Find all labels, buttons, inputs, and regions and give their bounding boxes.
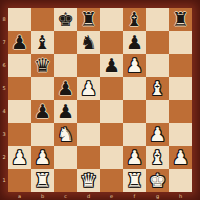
piece-black-pawn-c5[interactable]: ♟ xyxy=(57,77,74,100)
square-d3[interactable] xyxy=(77,123,100,146)
square-e1[interactable] xyxy=(100,169,123,192)
piece-black-bishop-f8[interactable]: ♝ xyxy=(126,8,143,31)
square-b8[interactable] xyxy=(31,8,54,31)
piece-black-pawn-a7[interactable]: ♟ xyxy=(11,31,28,54)
square-a3[interactable] xyxy=(8,123,31,146)
square-g2[interactable]: ♝ xyxy=(146,146,169,169)
square-c3[interactable]: ♞ xyxy=(54,123,77,146)
file-label-f: f xyxy=(123,192,146,200)
square-d8[interactable]: ♜ xyxy=(77,8,100,31)
square-a4[interactable] xyxy=(8,100,31,123)
file-label-h: h xyxy=(169,192,192,200)
piece-black-rook-d8[interactable]: ♜ xyxy=(80,8,97,31)
square-e7[interactable] xyxy=(100,31,123,54)
file-label-c: c xyxy=(54,192,77,200)
square-e4[interactable] xyxy=(100,100,123,123)
square-d5[interactable]: ♟ xyxy=(77,77,100,100)
square-d2[interactable] xyxy=(77,146,100,169)
piece-black-queen-b6[interactable]: ♛ xyxy=(34,54,51,77)
square-b7[interactable]: ♝ xyxy=(31,31,54,54)
rank-label-1: 1 xyxy=(0,169,8,192)
square-e3[interactable] xyxy=(100,123,123,146)
square-b2[interactable]: ♟ xyxy=(31,146,54,169)
piece-white-rook-b1[interactable]: ♜ xyxy=(34,169,51,192)
square-e6[interactable]: ♟ xyxy=(100,54,123,77)
piece-white-king-g1[interactable]: ♚ xyxy=(149,169,166,192)
square-g4[interactable] xyxy=(146,100,169,123)
square-b1[interactable]: ♜ xyxy=(31,169,54,192)
rank-label-6: 6 xyxy=(0,54,8,77)
chess-board: ♚♜♝♜♟♝♞♟♛♟♟♟♟♝♟♟♞♟♟♟♟♝♟♜♛♜♚ xyxy=(8,8,192,192)
square-d1[interactable]: ♛ xyxy=(77,169,100,192)
square-f6[interactable]: ♟ xyxy=(123,54,146,77)
square-h6[interactable] xyxy=(169,54,192,77)
square-g8[interactable] xyxy=(146,8,169,31)
square-d6[interactable] xyxy=(77,54,100,77)
square-c5[interactable]: ♟ xyxy=(54,77,77,100)
rank-label-8: 8 xyxy=(0,8,8,31)
square-h4[interactable] xyxy=(169,100,192,123)
square-b5[interactable] xyxy=(31,77,54,100)
piece-white-pawn-f2[interactable]: ♟ xyxy=(126,146,143,169)
file-label-a: a xyxy=(8,192,31,200)
piece-white-pawn-g3[interactable]: ♟ xyxy=(149,123,166,146)
square-a8[interactable] xyxy=(8,8,31,31)
piece-black-knight-d7[interactable]: ♞ xyxy=(80,31,97,54)
piece-black-pawn-f7[interactable]: ♟ xyxy=(126,31,143,54)
square-h2[interactable]: ♟ xyxy=(169,146,192,169)
piece-white-pawn-d5[interactable]: ♟ xyxy=(80,77,97,100)
square-e8[interactable] xyxy=(100,8,123,31)
square-a5[interactable] xyxy=(8,77,31,100)
square-f5[interactable] xyxy=(123,77,146,100)
piece-black-pawn-b4[interactable]: ♟ xyxy=(34,100,51,123)
square-f4[interactable] xyxy=(123,100,146,123)
square-h3[interactable] xyxy=(169,123,192,146)
square-a1[interactable] xyxy=(8,169,31,192)
file-label-d: d xyxy=(77,192,100,200)
square-h7[interactable] xyxy=(169,31,192,54)
piece-white-pawn-f6[interactable]: ♟ xyxy=(126,54,143,77)
rank-label-7: 7 xyxy=(0,31,8,54)
square-h5[interactable] xyxy=(169,77,192,100)
square-f1[interactable]: ♜ xyxy=(123,169,146,192)
piece-white-bishop-g5[interactable]: ♝ xyxy=(149,77,166,100)
square-c4[interactable]: ♟ xyxy=(54,100,77,123)
square-c7[interactable] xyxy=(54,31,77,54)
square-a7[interactable]: ♟ xyxy=(8,31,31,54)
piece-white-knight-c3[interactable]: ♞ xyxy=(57,123,74,146)
square-e5[interactable] xyxy=(100,77,123,100)
square-f8[interactable]: ♝ xyxy=(123,8,146,31)
piece-black-rook-h8[interactable]: ♜ xyxy=(172,8,189,31)
square-b3[interactable] xyxy=(31,123,54,146)
piece-black-pawn-e6[interactable]: ♟ xyxy=(103,54,120,77)
square-g3[interactable]: ♟ xyxy=(146,123,169,146)
square-b6[interactable]: ♛ xyxy=(31,54,54,77)
rank-label-3: 3 xyxy=(0,123,8,146)
square-g6[interactable] xyxy=(146,54,169,77)
square-b4[interactable]: ♟ xyxy=(31,100,54,123)
piece-white-queen-d1[interactable]: ♛ xyxy=(80,169,97,192)
piece-black-bishop-b7[interactable]: ♝ xyxy=(34,31,51,54)
square-d4[interactable] xyxy=(77,100,100,123)
square-e2[interactable] xyxy=(100,146,123,169)
square-f7[interactable]: ♟ xyxy=(123,31,146,54)
rank-label-2: 2 xyxy=(0,146,8,169)
square-h1[interactable] xyxy=(169,169,192,192)
chess-board-frame: ♚♜♝♜♟♝♞♟♛♟♟♟♟♝♟♟♞♟♟♟♟♝♟♜♛♜♚ 87654321abcd… xyxy=(0,0,200,200)
square-c2[interactable] xyxy=(54,146,77,169)
rank-label-5: 5 xyxy=(0,77,8,100)
file-label-e: e xyxy=(100,192,123,200)
file-label-b: b xyxy=(31,192,54,200)
piece-white-rook-f1[interactable]: ♜ xyxy=(126,169,143,192)
square-a2[interactable]: ♟ xyxy=(8,146,31,169)
piece-white-pawn-b2[interactable]: ♟ xyxy=(34,146,51,169)
piece-black-pawn-c4[interactable]: ♟ xyxy=(57,100,74,123)
piece-white-bishop-g2[interactable]: ♝ xyxy=(149,146,166,169)
rank-label-4: 4 xyxy=(0,100,8,123)
square-g5[interactable]: ♝ xyxy=(146,77,169,100)
square-g7[interactable] xyxy=(146,31,169,54)
square-h8[interactable]: ♜ xyxy=(169,8,192,31)
square-f2[interactable]: ♟ xyxy=(123,146,146,169)
square-c8[interactable]: ♚ xyxy=(54,8,77,31)
square-c1[interactable] xyxy=(54,169,77,192)
square-c6[interactable] xyxy=(54,54,77,77)
file-label-g: g xyxy=(146,192,169,200)
square-g1[interactable]: ♚ xyxy=(146,169,169,192)
square-d7[interactable]: ♞ xyxy=(77,31,100,54)
piece-white-pawn-h2[interactable]: ♟ xyxy=(172,146,189,169)
piece-black-king-c8[interactable]: ♚ xyxy=(57,8,74,31)
piece-white-pawn-a2[interactable]: ♟ xyxy=(11,146,28,169)
square-a6[interactable] xyxy=(8,54,31,77)
square-f3[interactable] xyxy=(123,123,146,146)
